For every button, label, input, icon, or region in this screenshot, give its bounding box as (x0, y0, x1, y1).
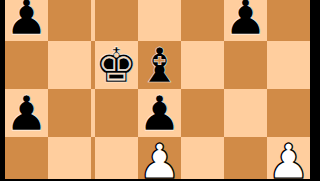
square-b5 (48, 41, 91, 89)
black-pawn-e4: ♟ (138, 89, 181, 137)
square-g3 (224, 137, 267, 180)
square-e3: ♟ (138, 137, 181, 180)
square-e4: ♟ (138, 89, 181, 137)
square-a3 (5, 137, 48, 180)
black-pawn-a4: ♟ (5, 89, 48, 137)
black-bishop-e5: ♝ (138, 41, 181, 89)
square-f5 (181, 41, 224, 89)
square-g5 (224, 41, 267, 89)
square-a4: ♟ (5, 89, 48, 137)
pillarbox-right-bar (310, 0, 320, 180)
square-b6 (48, 0, 91, 41)
square-e6 (138, 0, 181, 41)
white-pawn-e3: ♟ (138, 137, 181, 180)
black-king-d5: ♚ (95, 41, 138, 89)
video-frame: ♟♟♟♟♚♝♟♟♟♟♟♟♟♟ (0, 0, 320, 180)
square-a6: ♟ (5, 0, 48, 41)
chess-board: ♟♟♟♟♚♝♟♟♟♟♟♟♟♟ (5, 0, 310, 180)
square-d5: ♚ (95, 41, 138, 89)
square-h5 (267, 41, 310, 89)
square-b3 (48, 137, 91, 180)
square-d4 (95, 89, 138, 137)
square-a5 (5, 41, 48, 89)
square-h3: ♟ (267, 137, 310, 180)
square-h4 (267, 89, 310, 137)
square-g6: ♟ (224, 0, 267, 41)
square-e5: ♝ (138, 41, 181, 89)
black-pawn-g6: ♟ (224, 0, 267, 41)
square-f4 (181, 89, 224, 137)
square-g4 (224, 89, 267, 137)
pillarbox-left-bar (0, 0, 5, 180)
square-f3 (181, 137, 224, 180)
white-pawn-h3: ♟ (267, 137, 310, 180)
square-d6 (95, 0, 138, 41)
square-b4 (48, 89, 91, 137)
square-h6 (267, 0, 310, 41)
square-f6 (181, 0, 224, 41)
black-pawn-a6: ♟ (5, 0, 48, 41)
frame-bottom-edge (0, 179, 320, 181)
square-d3 (95, 137, 138, 180)
